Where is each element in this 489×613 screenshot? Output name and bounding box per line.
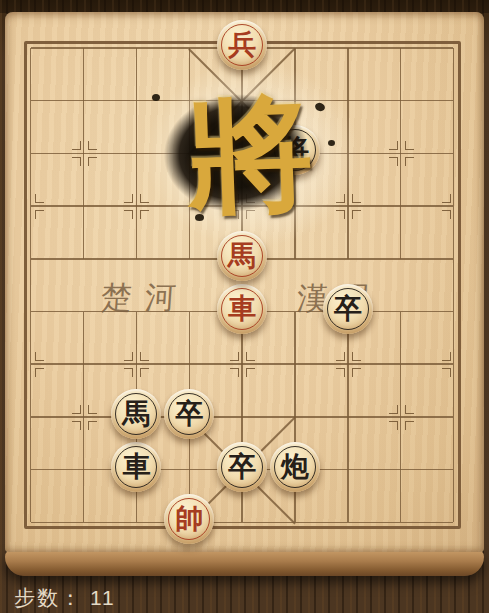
table-background: 楚河 漢界 帥車卒炮馬卒車卒馬将兵 將 步数： 11 [0, 0, 489, 613]
check-stamp: 將 [140, 78, 360, 236]
piece-black-chariot[interactable]: 車 [111, 442, 161, 492]
piece-black-soldier-b[interactable]: 卒 [164, 389, 214, 439]
move-counter-label: 步数： [14, 584, 83, 612]
piece-black-soldier-a[interactable]: 卒 [323, 284, 373, 334]
piece-red-soldier[interactable]: 兵 [217, 20, 267, 70]
piece-label: 卒 [334, 295, 362, 323]
piece-black-cannon[interactable]: 炮 [270, 442, 320, 492]
piece-red-chariot[interactable]: 車 [217, 284, 267, 334]
piece-label: 兵 [228, 31, 256, 59]
piece-label: 炮 [281, 453, 309, 481]
move-counter-value: 11 [90, 586, 116, 610]
piece-label: 車 [228, 295, 256, 323]
piece-red-general[interactable]: 帥 [164, 494, 214, 544]
piece-label: 馬 [122, 400, 150, 428]
check-stamp-text: 將 [137, 70, 363, 242]
piece-black-horse[interactable]: 馬 [111, 389, 161, 439]
piece-black-soldier-c[interactable]: 卒 [217, 442, 267, 492]
piece-label: 車 [122, 453, 150, 481]
piece-label: 馬 [228, 242, 256, 270]
move-counter: 步数： 11 [14, 584, 116, 612]
piece-label: 卒 [175, 400, 203, 428]
piece-label: 帥 [175, 505, 203, 533]
piece-label: 卒 [228, 453, 256, 481]
